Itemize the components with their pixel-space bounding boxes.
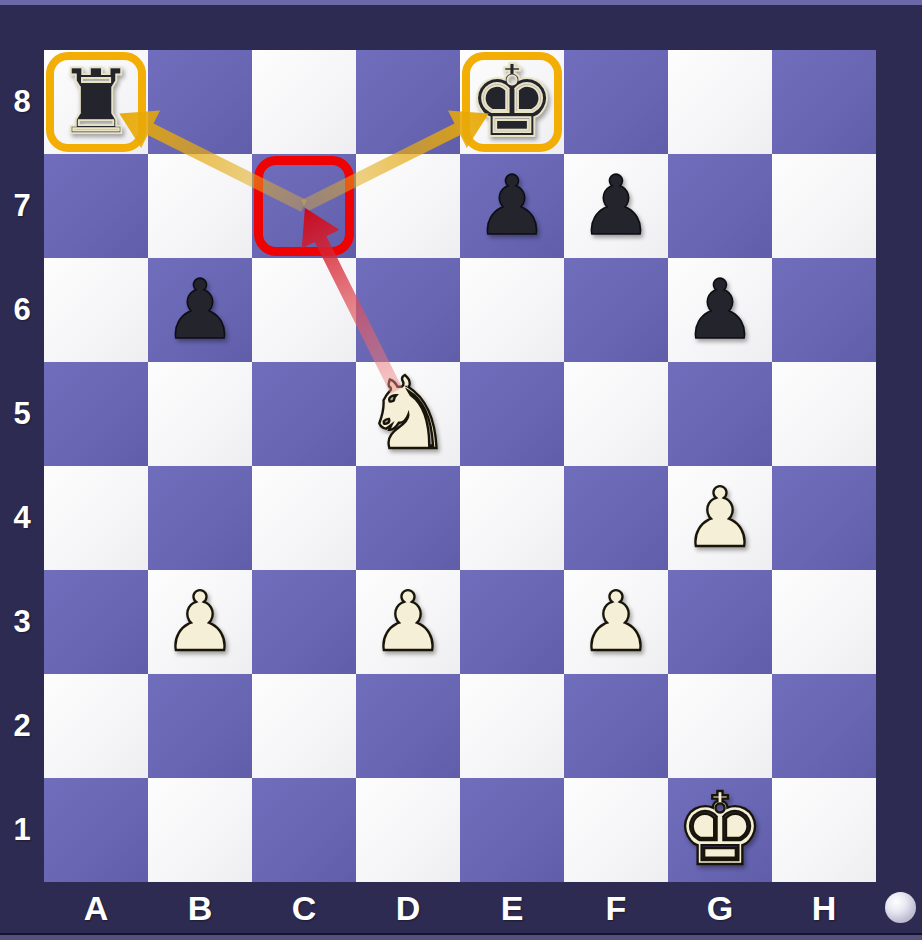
square-e4[interactable]: [460, 466, 564, 570]
square-a1[interactable]: [44, 778, 148, 882]
square-d6[interactable]: [356, 258, 460, 362]
square-d5[interactable]: ♞: [356, 362, 460, 466]
rank-label-7: 7: [0, 154, 44, 258]
white-pawn-d3[interactable]: ♟: [371, 581, 445, 663]
square-d7[interactable]: [356, 154, 460, 258]
square-a5[interactable]: [44, 362, 148, 466]
fork-square-highlight: [254, 156, 354, 256]
square-c7[interactable]: [252, 154, 356, 258]
chess-board: ♜♚♟♟♟♟♞♟♟♟♟♚: [44, 50, 876, 882]
rank-label-8: 8: [0, 50, 44, 154]
square-d3[interactable]: ♟: [356, 570, 460, 674]
white-knight-d5[interactable]: ♞: [363, 364, 453, 464]
square-f4[interactable]: [564, 466, 668, 570]
square-c3[interactable]: [252, 570, 356, 674]
square-h5[interactable]: [772, 362, 876, 466]
square-b3[interactable]: ♟: [148, 570, 252, 674]
square-g4[interactable]: ♟: [668, 466, 772, 570]
square-f3[interactable]: ♟: [564, 570, 668, 674]
square-e5[interactable]: [460, 362, 564, 466]
square-g6[interactable]: ♟: [668, 258, 772, 362]
white-pawn-b3[interactable]: ♟: [163, 581, 237, 663]
square-d1[interactable]: [356, 778, 460, 882]
square-a2[interactable]: [44, 674, 148, 778]
square-c5[interactable]: [252, 362, 356, 466]
square-f2[interactable]: [564, 674, 668, 778]
file-label-h: H: [772, 884, 876, 932]
square-f6[interactable]: [564, 258, 668, 362]
square-b2[interactable]: [148, 674, 252, 778]
square-h7[interactable]: [772, 154, 876, 258]
square-b1[interactable]: [148, 778, 252, 882]
square-c2[interactable]: [252, 674, 356, 778]
square-a4[interactable]: [44, 466, 148, 570]
file-label-d: D: [356, 884, 460, 932]
square-e7[interactable]: ♟: [460, 154, 564, 258]
file-label-c: C: [252, 884, 356, 932]
square-c8[interactable]: [252, 50, 356, 154]
black-pawn-b6[interactable]: ♟: [163, 269, 237, 351]
square-g1[interactable]: ♚: [668, 778, 772, 882]
white-king-g1[interactable]: ♚: [675, 780, 765, 880]
square-e2[interactable]: [460, 674, 564, 778]
square-f5[interactable]: [564, 362, 668, 466]
top-accent-strip: [0, 0, 922, 5]
square-c4[interactable]: [252, 466, 356, 570]
square-d8[interactable]: [356, 50, 460, 154]
black-rook-a8[interactable]: ♜: [56, 57, 137, 147]
black-king-e8[interactable]: ♚: [467, 52, 557, 152]
square-h3[interactable]: [772, 570, 876, 674]
square-g3[interactable]: [668, 570, 772, 674]
square-f1[interactable]: [564, 778, 668, 882]
rank-label-2: 2: [0, 674, 44, 778]
square-h6[interactable]: [772, 258, 876, 362]
square-d2[interactable]: [356, 674, 460, 778]
square-h8[interactable]: [772, 50, 876, 154]
file-label-e: E: [460, 884, 564, 932]
file-label-g: G: [668, 884, 772, 932]
square-e6[interactable]: [460, 258, 564, 362]
square-d4[interactable]: [356, 466, 460, 570]
square-b5[interactable]: [148, 362, 252, 466]
silver-ball-icon: [885, 892, 916, 923]
bottom-accent-strip: [0, 933, 922, 940]
square-b7[interactable]: [148, 154, 252, 258]
square-c1[interactable]: [252, 778, 356, 882]
square-a3[interactable]: [44, 570, 148, 674]
file-label-a: A: [44, 884, 148, 932]
rank-label-6: 6: [0, 258, 44, 362]
square-h2[interactable]: [772, 674, 876, 778]
white-pawn-f3[interactable]: ♟: [579, 581, 653, 663]
square-a8[interactable]: ♜: [44, 50, 148, 154]
black-pawn-g6[interactable]: ♟: [683, 269, 757, 351]
square-b8[interactable]: [148, 50, 252, 154]
rank-label-5: 5: [0, 362, 44, 466]
square-e8[interactable]: ♚: [460, 50, 564, 154]
black-pawn-f7[interactable]: ♟: [579, 165, 653, 247]
square-e1[interactable]: [460, 778, 564, 882]
square-a6[interactable]: [44, 258, 148, 362]
black-pawn-e7[interactable]: ♟: [475, 165, 549, 247]
square-g5[interactable]: [668, 362, 772, 466]
file-label-b: B: [148, 884, 252, 932]
rank-label-3: 3: [0, 570, 44, 674]
square-e3[interactable]: [460, 570, 564, 674]
square-f7[interactable]: ♟: [564, 154, 668, 258]
rank-label-1: 1: [0, 778, 44, 882]
square-h4[interactable]: [772, 466, 876, 570]
square-g8[interactable]: [668, 50, 772, 154]
square-b4[interactable]: [148, 466, 252, 570]
white-pawn-g4[interactable]: ♟: [683, 477, 757, 559]
file-label-f: F: [564, 884, 668, 932]
square-a7[interactable]: [44, 154, 148, 258]
rank-label-4: 4: [0, 466, 44, 570]
square-g2[interactable]: [668, 674, 772, 778]
square-b6[interactable]: ♟: [148, 258, 252, 362]
square-c6[interactable]: [252, 258, 356, 362]
square-g7[interactable]: [668, 154, 772, 258]
square-h1[interactable]: [772, 778, 876, 882]
chess-puzzle-app: ♜♚♟♟♟♟♞♟♟♟♟♚ 87654321 ABCDEFGH: [0, 0, 922, 940]
square-f8[interactable]: [564, 50, 668, 154]
